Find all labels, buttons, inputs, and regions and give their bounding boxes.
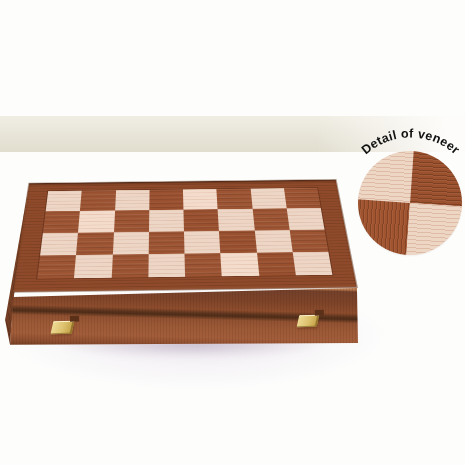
board-square-dark [217,189,253,210]
board-square-light [78,211,114,233]
board-square-light [40,232,78,255]
board-square-light [115,190,150,211]
chessboard-grid [37,188,332,279]
board-square-dark [252,208,289,230]
veneer-label-arc: Detail of veneer [330,118,465,260]
case-lid-top [13,180,357,292]
board-square-light [221,252,259,276]
board-square-dark [149,189,183,210]
board-square-dark [284,188,321,209]
board-square-light [286,208,324,230]
board-square-dark [114,210,150,232]
board-square-dark [289,229,328,252]
board-square-light [46,191,82,212]
brass-clasp-right [297,315,320,328]
case-front-face [10,288,358,346]
board-square-dark [185,253,222,277]
board-square-dark [43,211,80,233]
board-square-light [254,230,292,253]
board-square-light [148,253,185,277]
board-square-dark [76,232,113,255]
brass-clasp-left [50,321,74,335]
board-square-light [250,188,286,209]
board-square-light [292,252,332,276]
veneer-detail-label: Detail of veneer [359,126,463,157]
board-square-light [149,210,184,232]
board-square-light [183,189,218,210]
board-square-light [184,231,221,254]
board-square-dark [219,230,256,253]
board-square-dark [256,252,295,276]
svg-text:Detail of veneer: Detail of veneer [359,126,463,157]
board-square-light [74,254,112,278]
veneer-detail-inset: Detail of veneer [330,118,465,260]
product-photo: Detail of veneer [0,0,465,465]
board-square-light [218,209,254,231]
board-square-light [112,232,148,255]
board-square-dark [111,254,148,278]
board-square-dark [80,190,116,211]
board-square-dark [148,231,184,254]
board-square-dark [37,255,76,279]
board-square-dark [183,209,219,231]
